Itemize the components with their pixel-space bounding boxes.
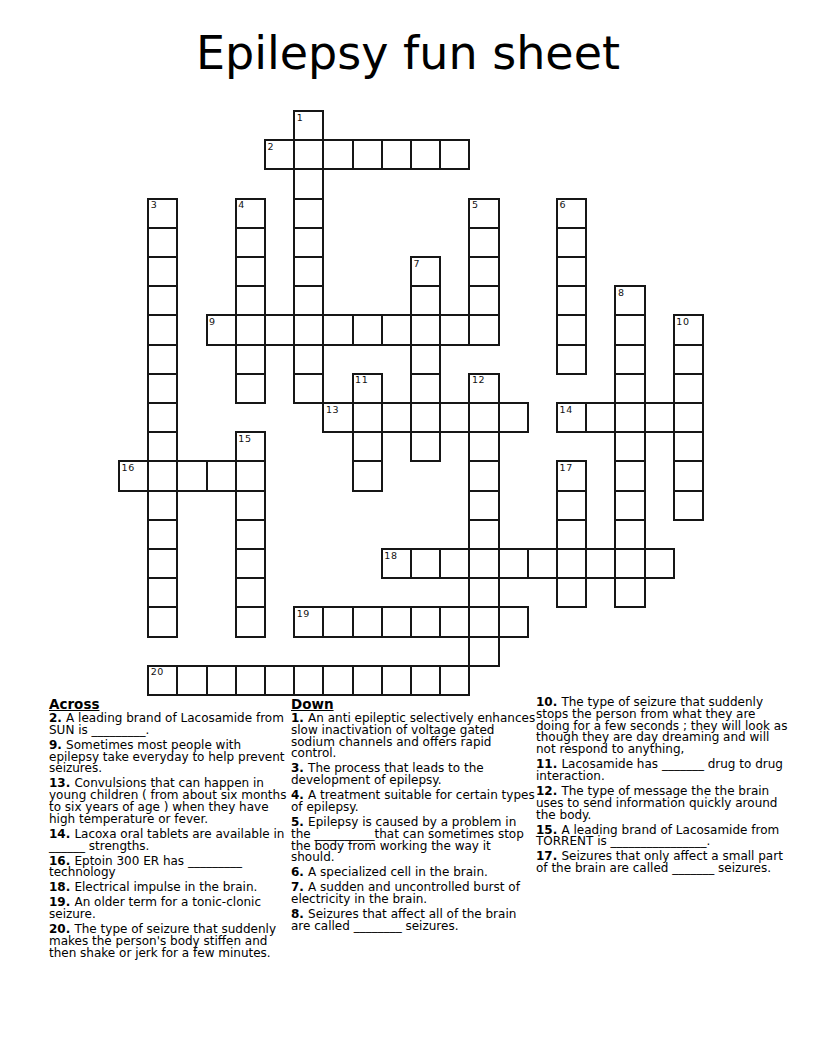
clue: 19. An older term for a tonic-clonic sei…: [49, 897, 289, 921]
grid-cell[interactable]: [235, 606, 266, 637]
grid-cell[interactable]: [206, 665, 237, 696]
grid-cell[interactable]: [235, 314, 266, 345]
grid-cell[interactable]: [614, 460, 645, 491]
grid-cell[interactable]: [410, 344, 441, 375]
page-title: Epilepsy fun sheet: [0, 26, 816, 81]
grid-cell[interactable]: [410, 431, 441, 462]
grid-cell[interactable]: [614, 519, 645, 550]
grid-cell[interactable]: [585, 548, 616, 579]
grid-cell[interactable]: [352, 139, 383, 170]
clue: 10. The type of seizure that suddenly st…: [536, 697, 788, 756]
grid-cell[interactable]: [468, 577, 499, 608]
grid-cell[interactable]: [410, 548, 441, 579]
grid-cell[interactable]: [235, 490, 266, 521]
clue-number: 16: [122, 463, 135, 473]
grid-cell[interactable]: [614, 548, 645, 579]
grid-cell[interactable]: [352, 402, 383, 433]
clue: 14. Lacoxa oral tablets are available in…: [49, 829, 289, 853]
grid-cell[interactable]: [235, 256, 266, 287]
grid-cell[interactable]: [556, 577, 587, 608]
grid-cell[interactable]: [293, 285, 324, 316]
clue: 8. Seizures that affect all of the brain…: [291, 909, 538, 933]
grid-cell[interactable]: [381, 665, 412, 696]
grid-cell[interactable]: [293, 665, 324, 696]
clue: 11. Lacosamide has _______ drug to drug …: [536, 759, 788, 783]
grid-cell[interactable]: [322, 139, 353, 170]
grid-cell[interactable]: [556, 314, 587, 345]
grid-cell[interactable]: [235, 460, 266, 491]
grid-cell[interactable]: [468, 460, 499, 491]
clue-number: 7: [414, 259, 421, 269]
grid-cell[interactable]: [644, 548, 675, 579]
clue-number: 11: [355, 375, 368, 385]
grid-cell[interactable]: [147, 344, 178, 375]
clue: 6. A specialized cell in the brain.: [291, 867, 538, 879]
grid-cell[interactable]: [322, 665, 353, 696]
grid-cell[interactable]: [468, 402, 499, 433]
clue: 2. A leading brand of Lacosamide from SU…: [49, 713, 289, 737]
clue: 13. Convulsions that can happen in young…: [49, 778, 289, 825]
grid-cell[interactable]: [439, 139, 470, 170]
clue-number: 10: [676, 317, 689, 327]
grid-cell[interactable]: [147, 431, 178, 462]
clue-number: 6: [560, 200, 567, 210]
grid-cell[interactable]: [235, 227, 266, 258]
clue-number: 13: [326, 405, 339, 415]
grid-cell[interactable]: [410, 402, 441, 433]
grid-cell[interactable]: [410, 665, 441, 696]
grid-cell[interactable]: [352, 606, 383, 637]
grid-cell[interactable]: [381, 314, 412, 345]
grid-cell[interactable]: [673, 344, 704, 375]
grid-cell[interactable]: [468, 490, 499, 521]
crossword-grid: 1234567891011121314151617181920: [118, 110, 706, 698]
grid-cell[interactable]: [147, 606, 178, 637]
grid-cell[interactable]: [673, 490, 704, 521]
grid-cell[interactable]: [498, 548, 529, 579]
grid-cell[interactable]: [147, 490, 178, 521]
clue-number: 14: [560, 405, 573, 415]
grid-cell[interactable]: [468, 636, 499, 667]
down-heading: Down: [291, 697, 538, 711]
grid-cell[interactable]: [206, 460, 237, 491]
grid-cell[interactable]: [235, 285, 266, 316]
grid-cell[interactable]: [147, 577, 178, 608]
clue-number: 5: [472, 200, 479, 210]
grid-cell[interactable]: [235, 548, 266, 579]
grid-cell[interactable]: [381, 139, 412, 170]
grid-cell[interactable]: [556, 285, 587, 316]
clue: 12. The type of message the the brain us…: [536, 786, 788, 821]
grid-cell[interactable]: [147, 373, 178, 404]
grid-cell[interactable]: [439, 665, 470, 696]
grid-cell[interactable]: [235, 665, 266, 696]
grid-cell[interactable]: [235, 519, 266, 550]
grid-cell[interactable]: [352, 431, 383, 462]
grid-cell[interactable]: [439, 314, 470, 345]
grid-cell[interactable]: [439, 548, 470, 579]
grid-cell[interactable]: [556, 548, 587, 579]
grid-cell[interactable]: [644, 402, 675, 433]
grid-cell[interactable]: [468, 314, 499, 345]
clue: 15. A leading brand of Lacosamide from T…: [536, 825, 788, 849]
clue: 1. An anti epileptic selectively enhance…: [291, 713, 538, 760]
clue-number: 4: [238, 200, 245, 210]
grid-cell[interactable]: [614, 344, 645, 375]
grid-cell[interactable]: [468, 431, 499, 462]
grid-cell[interactable]: [147, 519, 178, 550]
clue: 18. Electrical impulse in the brain.: [49, 882, 289, 894]
grid-cell[interactable]: [176, 460, 207, 491]
grid-cell[interactable]: [293, 198, 324, 229]
grid-cell[interactable]: [673, 431, 704, 462]
grid-cell[interactable]: [673, 373, 704, 404]
grid-cell[interactable]: [556, 227, 587, 258]
grid-cell[interactable]: [147, 402, 178, 433]
clue-number: 2: [268, 142, 275, 152]
grid-cell[interactable]: [147, 548, 178, 579]
grid-cell[interactable]: [410, 314, 441, 345]
grid-cell[interactable]: [410, 285, 441, 316]
grid-cell[interactable]: [556, 490, 587, 521]
grid-cell[interactable]: [614, 373, 645, 404]
clue-number: 12: [472, 375, 485, 385]
grid-cell[interactable]: [293, 314, 324, 345]
grid-cell[interactable]: [439, 402, 470, 433]
clue: 7. A sudden and uncontrolled burst of el…: [291, 882, 538, 906]
clue: 4. A treatment suitable for certain type…: [291, 790, 538, 814]
grid-cell[interactable]: [381, 402, 412, 433]
grid-cell[interactable]: [293, 227, 324, 258]
grid-cell[interactable]: [352, 460, 383, 491]
grid-cell[interactable]: [176, 665, 207, 696]
clue: 5. Epilepsy is caused by a problem in th…: [291, 817, 538, 864]
grid-cell[interactable]: [585, 402, 616, 433]
grid-cell[interactable]: [614, 402, 645, 433]
grid-cell[interactable]: [322, 606, 353, 637]
grid-cell[interactable]: [293, 139, 324, 170]
grid-cell[interactable]: [468, 606, 499, 637]
grid-cell[interactable]: [147, 460, 178, 491]
grid-cell[interactable]: [293, 373, 324, 404]
grid-cell[interactable]: [293, 168, 324, 199]
grid-cell[interactable]: [264, 665, 295, 696]
clue-number: 19: [297, 609, 310, 619]
grid-cell[interactable]: [556, 519, 587, 550]
clue-number: 18: [384, 551, 397, 561]
clue: 9. Sometimes most people with epilepsy t…: [49, 740, 289, 775]
grid-cell[interactable]: [352, 314, 383, 345]
grid-cell[interactable]: [410, 139, 441, 170]
down-clues-column: Down 1. An anti epileptic selectively en…: [291, 697, 538, 936]
grid-cell[interactable]: [410, 373, 441, 404]
grid-cell[interactable]: [147, 285, 178, 316]
down-clues-column-continued: 10. The type of seizure that suddenly st…: [536, 697, 788, 878]
clue: 17. Seizures that only affect a small pa…: [536, 851, 788, 875]
grid-cell[interactable]: [468, 285, 499, 316]
grid-cell[interactable]: [410, 606, 441, 637]
grid-cell[interactable]: [381, 606, 412, 637]
grid-cell[interactable]: [235, 344, 266, 375]
clue: 20. The type of seizure that suddenly ma…: [49, 924, 289, 959]
grid-cell[interactable]: [352, 665, 383, 696]
grid-cell[interactable]: [673, 402, 704, 433]
grid-cell[interactable]: [498, 606, 529, 637]
grid-cell[interactable]: [614, 490, 645, 521]
grid-cell[interactable]: [468, 227, 499, 258]
grid-cell[interactable]: [468, 256, 499, 287]
across-clues-column: Across 2. A leading brand of Lacosamide …: [49, 697, 289, 963]
grid-cell[interactable]: [614, 314, 645, 345]
grid-cell[interactable]: [498, 402, 529, 433]
grid-cell[interactable]: [293, 344, 324, 375]
grid-cell[interactable]: [614, 577, 645, 608]
clue-number: 15: [238, 434, 251, 444]
clue-number: 9: [209, 317, 216, 327]
clue: 16. Eptoin 300 ER has _________ technolo…: [49, 856, 289, 880]
grid-cell[interactable]: [322, 314, 353, 345]
grid-cell[interactable]: [468, 519, 499, 550]
grid-cell[interactable]: [556, 344, 587, 375]
clue-number: 8: [618, 288, 625, 298]
grid-cell[interactable]: [147, 256, 178, 287]
grid-cell[interactable]: [614, 431, 645, 462]
grid-cell[interactable]: [527, 548, 558, 579]
grid-cell[interactable]: [468, 548, 499, 579]
grid-cell[interactable]: [147, 227, 178, 258]
clue-number: 1: [297, 113, 304, 123]
grid-cell[interactable]: [293, 256, 324, 287]
across-heading: Across: [49, 697, 289, 711]
grid-cell[interactable]: [439, 606, 470, 637]
grid-cell[interactable]: [235, 577, 266, 608]
grid-cell[interactable]: [264, 314, 295, 345]
grid-cell[interactable]: [673, 460, 704, 491]
clue-number: 3: [151, 200, 158, 210]
grid-cell[interactable]: [147, 314, 178, 345]
grid-cell[interactable]: [235, 373, 266, 404]
grid-cell[interactable]: [556, 256, 587, 287]
clue: 3. The process that leads to the develop…: [291, 763, 538, 787]
clue-number: 17: [560, 463, 573, 473]
clue-number: 20: [151, 667, 164, 677]
